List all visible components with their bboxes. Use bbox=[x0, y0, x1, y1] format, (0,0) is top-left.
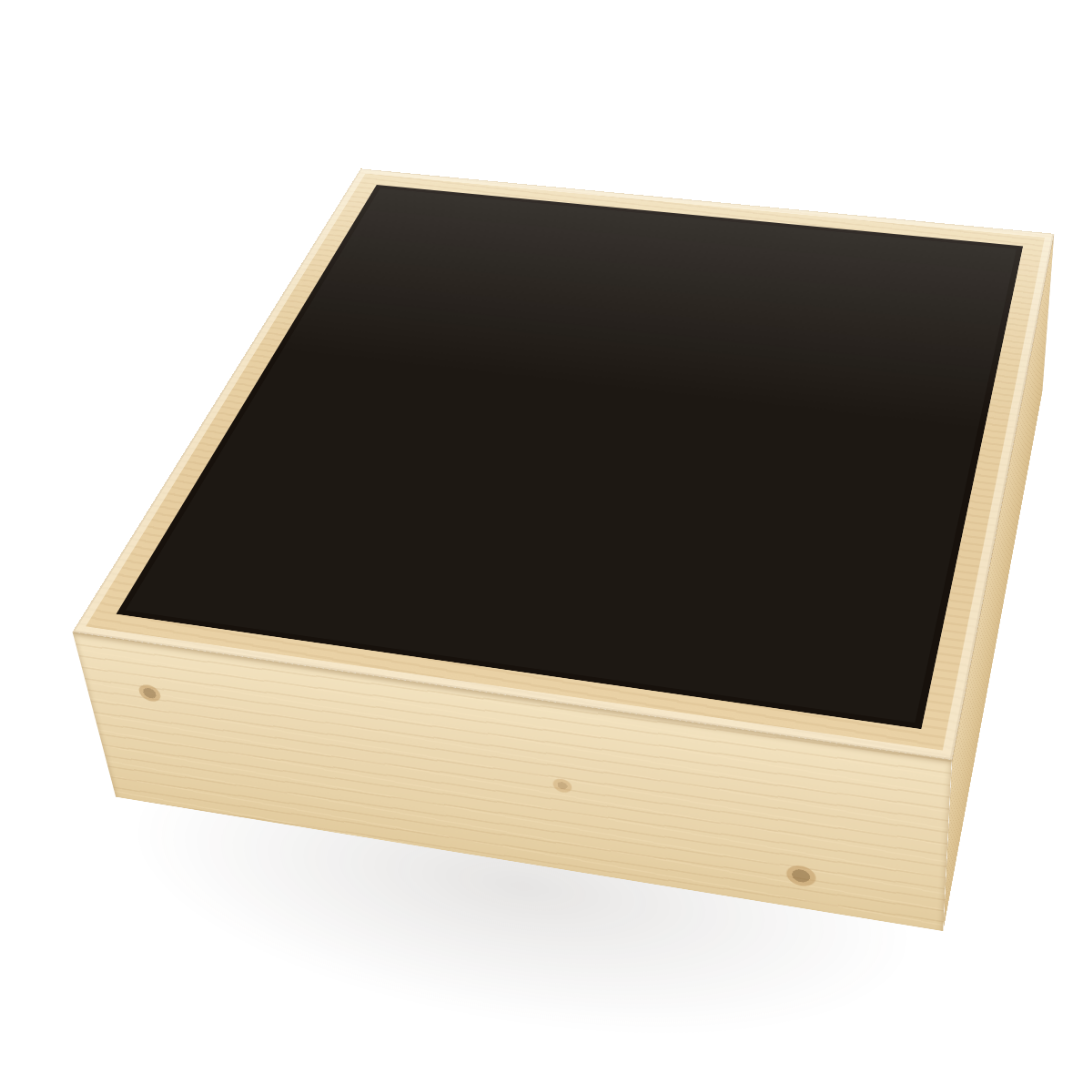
board bbox=[116, 185, 1023, 729]
photo-stage bbox=[0, 0, 1080, 1080]
checkers-grid bbox=[125, 188, 1016, 723]
